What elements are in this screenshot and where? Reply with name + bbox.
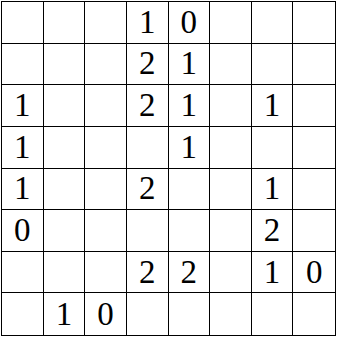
cell-r5c5[interactable] — [169, 169, 211, 211]
cell-r6c2[interactable] — [44, 210, 86, 252]
cell-r4c4[interactable] — [127, 127, 169, 169]
cell-r4c7[interactable] — [252, 127, 294, 169]
cell-r7c4[interactable]: 2 — [127, 252, 169, 294]
cell-r2c4[interactable]: 2 — [127, 44, 169, 86]
cell-r6c1[interactable]: 0 — [2, 210, 44, 252]
cell-r2c8[interactable] — [293, 44, 335, 86]
cell-r2c1[interactable] — [2, 44, 44, 86]
cell-r4c6[interactable] — [210, 127, 252, 169]
cell-r1c2[interactable] — [44, 2, 86, 44]
cell-r5c7[interactable]: 1 — [252, 169, 294, 211]
cell-r2c3[interactable] — [85, 44, 127, 86]
cell-r6c3[interactable] — [85, 210, 127, 252]
cell-r1c4[interactable]: 1 — [127, 2, 169, 44]
cell-r8c5[interactable] — [169, 293, 211, 335]
cell-r5c1[interactable]: 1 — [2, 169, 44, 211]
cell-r2c6[interactable] — [210, 44, 252, 86]
cell-r2c7[interactable] — [252, 44, 294, 86]
cell-r3c1[interactable]: 1 — [2, 85, 44, 127]
cell-r7c3[interactable] — [85, 252, 127, 294]
cell-r4c1[interactable]: 1 — [2, 127, 44, 169]
cell-r4c8[interactable] — [293, 127, 335, 169]
cell-r6c8[interactable] — [293, 210, 335, 252]
cell-r8c2[interactable]: 1 — [44, 293, 86, 335]
cell-r6c6[interactable] — [210, 210, 252, 252]
cell-r3c2[interactable] — [44, 85, 86, 127]
cell-r1c3[interactable] — [85, 2, 127, 44]
cell-r6c4[interactable] — [127, 210, 169, 252]
cell-r6c5[interactable] — [169, 210, 211, 252]
cell-r1c6[interactable] — [210, 2, 252, 44]
minesweeper-board: 102112111112102221010 — [1, 1, 336, 336]
cell-r7c1[interactable] — [2, 252, 44, 294]
cell-r7c5[interactable]: 2 — [169, 252, 211, 294]
cell-r8c7[interactable] — [252, 293, 294, 335]
cell-r1c8[interactable] — [293, 2, 335, 44]
cell-r3c4[interactable]: 2 — [127, 85, 169, 127]
cell-r5c8[interactable] — [293, 169, 335, 211]
cell-r3c6[interactable] — [210, 85, 252, 127]
cell-r7c6[interactable] — [210, 252, 252, 294]
cell-r5c6[interactable] — [210, 169, 252, 211]
cell-r3c5[interactable]: 1 — [169, 85, 211, 127]
cell-r5c4[interactable]: 2 — [127, 169, 169, 211]
cell-r7c8[interactable]: 0 — [293, 252, 335, 294]
cell-r3c7[interactable]: 1 — [252, 85, 294, 127]
cell-r5c2[interactable] — [44, 169, 86, 211]
cell-r7c7[interactable]: 1 — [252, 252, 294, 294]
cell-r8c3[interactable]: 0 — [85, 293, 127, 335]
cell-r6c7[interactable]: 2 — [252, 210, 294, 252]
cell-r2c2[interactable] — [44, 44, 86, 86]
cell-r8c4[interactable] — [127, 293, 169, 335]
cell-r1c7[interactable] — [252, 2, 294, 44]
cell-r3c3[interactable] — [85, 85, 127, 127]
cell-r2c5[interactable]: 1 — [169, 44, 211, 86]
cell-r8c1[interactable] — [2, 293, 44, 335]
cell-r5c3[interactable] — [85, 169, 127, 211]
cell-r3c8[interactable] — [293, 85, 335, 127]
cell-r8c8[interactable] — [293, 293, 335, 335]
cell-r1c1[interactable] — [2, 2, 44, 44]
cell-r8c6[interactable] — [210, 293, 252, 335]
cell-r4c3[interactable] — [85, 127, 127, 169]
cell-r7c2[interactable] — [44, 252, 86, 294]
cell-r4c5[interactable]: 1 — [169, 127, 211, 169]
cell-r1c5[interactable]: 0 — [169, 2, 211, 44]
cell-r4c2[interactable] — [44, 127, 86, 169]
